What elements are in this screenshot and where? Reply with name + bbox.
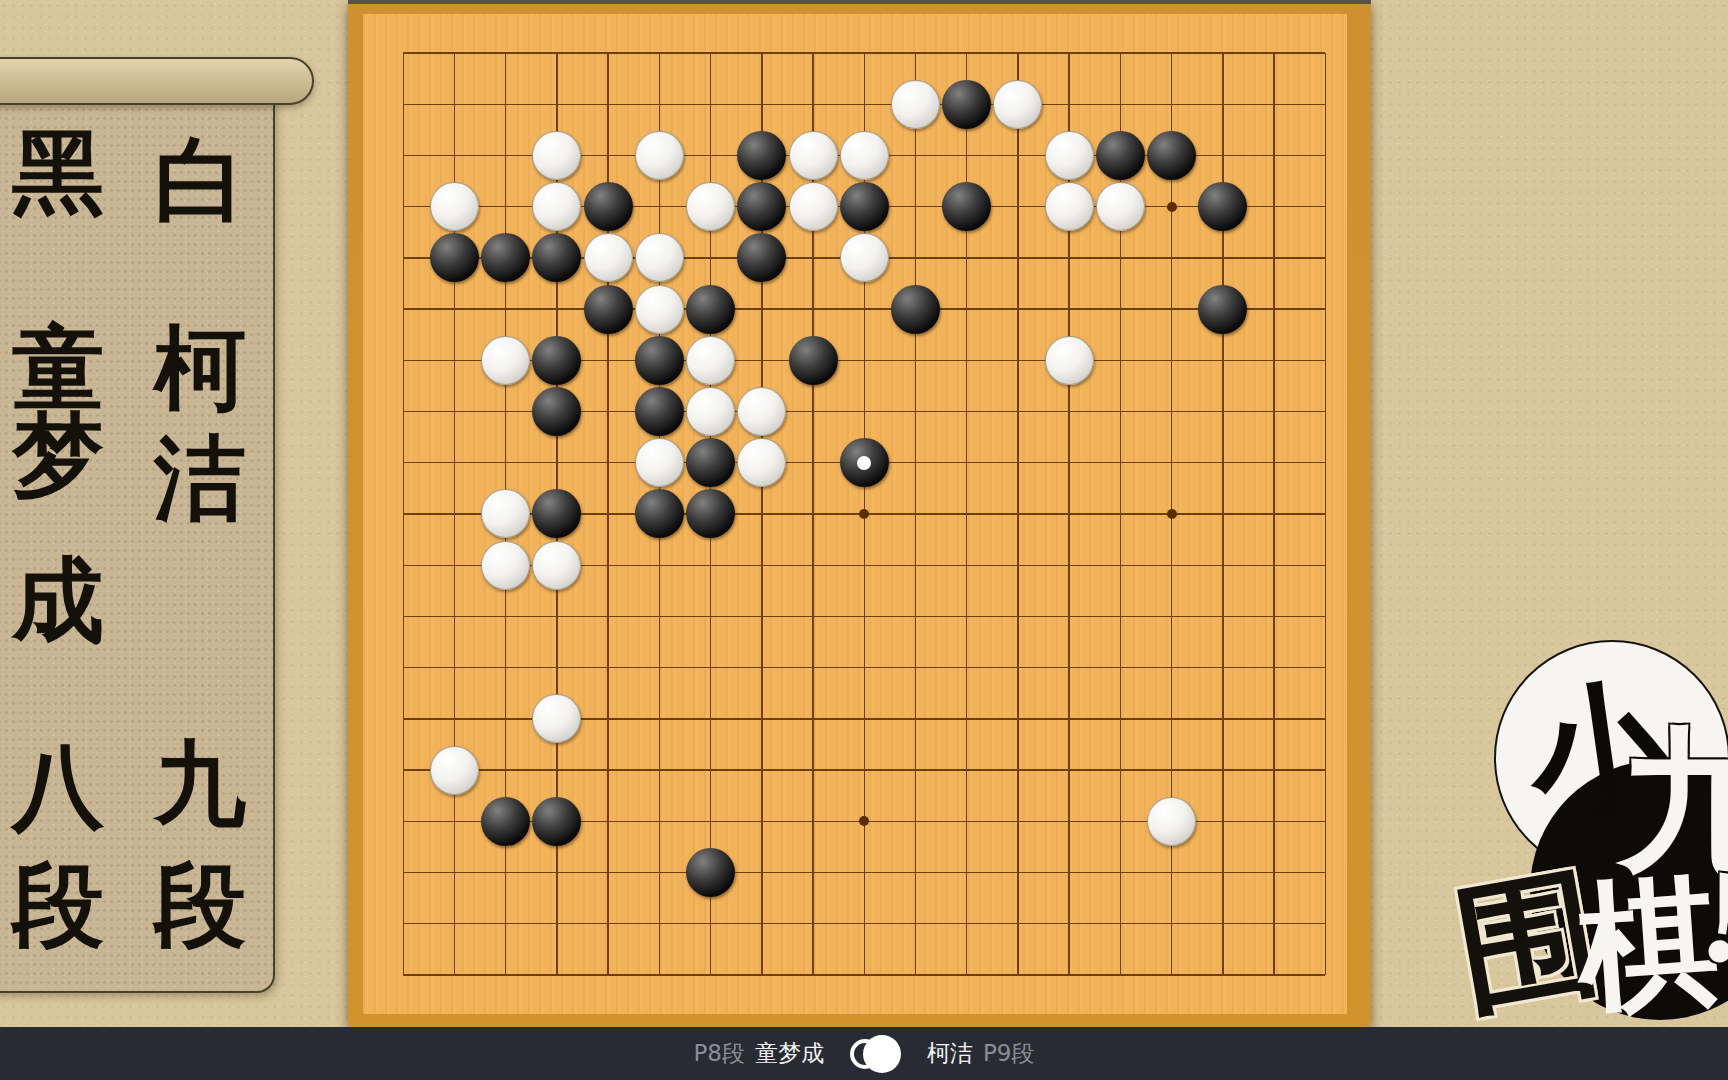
white-stone <box>789 131 838 180</box>
black-stone <box>942 80 991 129</box>
white-stone <box>840 233 889 282</box>
board-cell[interactable] <box>531 181 582 232</box>
board-cell[interactable] <box>634 437 685 488</box>
black-stone <box>789 336 838 385</box>
board-cell[interactable] <box>429 181 480 232</box>
black-stone <box>942 182 991 231</box>
board-cell[interactable] <box>787 181 838 232</box>
black-stone <box>635 489 684 538</box>
black-stone <box>532 233 581 282</box>
black-stone <box>635 387 684 436</box>
board-cell[interactable] <box>531 488 582 539</box>
white-stone <box>686 182 735 231</box>
board-cell[interactable] <box>429 744 480 795</box>
board-cell[interactable] <box>1197 283 1248 334</box>
white-stone <box>532 694 581 743</box>
board-cell[interactable] <box>1146 130 1197 181</box>
white-stone <box>1045 131 1094 180</box>
board-cell[interactable] <box>736 437 787 488</box>
board-cell[interactable] <box>736 232 787 283</box>
board-cell[interactable] <box>583 232 634 283</box>
grid-line <box>1273 53 1274 975</box>
scroll-char: 洁 <box>152 430 248 526</box>
grid-line <box>403 923 1325 924</box>
board-cell[interactable] <box>634 283 685 334</box>
scroll-char: 黑 <box>10 124 106 220</box>
white-stone <box>840 131 889 180</box>
black-stone <box>635 336 684 385</box>
black-stone <box>737 182 786 231</box>
grid-line <box>403 769 1325 770</box>
white-stone-icon <box>863 1035 901 1073</box>
board-cell[interactable] <box>634 335 685 386</box>
white-stone <box>737 387 786 436</box>
board-cell[interactable] <box>941 181 992 232</box>
white-stone <box>430 182 479 231</box>
black-stone <box>1198 285 1247 334</box>
white-stone <box>789 182 838 231</box>
grid-line <box>403 616 1325 617</box>
board-cell[interactable] <box>1095 181 1146 232</box>
board-cell[interactable] <box>685 437 736 488</box>
black-stone <box>481 797 530 846</box>
board-cell[interactable] <box>429 232 480 283</box>
white-stone <box>891 80 940 129</box>
board-cell[interactable] <box>1044 335 1095 386</box>
board-cell[interactable] <box>839 181 890 232</box>
board-cell[interactable] <box>531 386 582 437</box>
white-stone <box>481 336 530 385</box>
grid-line <box>403 667 1325 668</box>
board-cell[interactable] <box>941 79 992 130</box>
black-stone <box>584 182 633 231</box>
board-cell[interactable] <box>634 488 685 539</box>
star-point <box>1167 202 1177 212</box>
board-cell[interactable] <box>634 386 685 437</box>
scroll-char: 成 <box>10 552 106 648</box>
board-cell[interactable] <box>685 181 736 232</box>
black-stone <box>1147 131 1196 180</box>
white-stone <box>635 131 684 180</box>
board-top-edge <box>348 0 1371 4</box>
black-stone <box>1198 182 1247 231</box>
scroll-char: 白 <box>152 132 248 228</box>
board-cell[interactable] <box>992 79 1043 130</box>
white-stone <box>481 541 530 590</box>
board-cell[interactable] <box>531 335 582 386</box>
board-cell[interactable] <box>1044 130 1095 181</box>
black-stone <box>532 387 581 436</box>
grid-line <box>403 872 1325 873</box>
scroll-char: 段 <box>10 857 106 953</box>
board-cell[interactable] <box>480 232 531 283</box>
board-cell[interactable] <box>685 386 736 437</box>
black-white-stones-icon <box>850 1035 901 1073</box>
black-stone <box>532 489 581 538</box>
board-cell[interactable] <box>1197 181 1248 232</box>
board-cell[interactable] <box>839 437 890 488</box>
black-stone <box>891 285 940 334</box>
board-cell[interactable] <box>839 232 890 283</box>
board-cell[interactable] <box>480 488 531 539</box>
white-stone <box>686 387 735 436</box>
board-cell[interactable] <box>736 181 787 232</box>
black-stone <box>686 285 735 334</box>
app-window: 白柯洁九段黑童梦成八段 P8段 童梦成 柯洁 P9段 小 九 围 棋 ! <box>0 0 1728 1080</box>
board-cell[interactable] <box>583 283 634 334</box>
board-cell[interactable] <box>1146 796 1197 847</box>
go-board-grid <box>378 27 1351 1000</box>
grid-line <box>1325 53 1326 975</box>
black-stone <box>840 182 889 231</box>
scroll-char: 八 <box>10 739 106 835</box>
board-cell[interactable] <box>1044 181 1095 232</box>
black-stone <box>737 131 786 180</box>
board-cell[interactable] <box>583 181 634 232</box>
last-move-marker <box>857 456 871 470</box>
white-stone <box>1147 797 1196 846</box>
white-stone <box>635 233 684 282</box>
board-cell[interactable] <box>839 130 890 181</box>
white-stone <box>993 80 1042 129</box>
grid-line <box>915 53 916 975</box>
grid-line <box>403 974 1325 975</box>
board-cell[interactable] <box>685 283 736 334</box>
black-stone <box>686 489 735 538</box>
black-player-rank: P8段 <box>693 1038 745 1069</box>
board-cell[interactable] <box>685 488 736 539</box>
white-stone <box>481 489 530 538</box>
black-player-name: 童梦成 <box>755 1038 824 1069</box>
white-stone <box>635 285 684 334</box>
black-stone <box>686 438 735 487</box>
white-stone <box>532 131 581 180</box>
white-player-rank: P9段 <box>983 1038 1035 1069</box>
black-stone <box>686 848 735 897</box>
black-stone <box>532 336 581 385</box>
black-stone <box>481 233 530 282</box>
board-cell[interactable] <box>531 540 582 591</box>
board-cell[interactable] <box>787 130 838 181</box>
white-stone <box>1096 182 1145 231</box>
board-cell[interactable] <box>890 79 941 130</box>
white-stone <box>584 233 633 282</box>
black-stone <box>1096 131 1145 180</box>
board-cell[interactable] <box>634 232 685 283</box>
player-scroll: 白柯洁九段黑童梦成八段 <box>0 0 340 1010</box>
scroll-char: 段 <box>152 857 248 953</box>
white-stone <box>532 541 581 590</box>
star-point <box>1167 509 1177 519</box>
scroll-rod <box>0 57 314 105</box>
white-stone <box>737 438 786 487</box>
white-stone <box>1045 336 1094 385</box>
board-cell[interactable] <box>480 540 531 591</box>
board-cell[interactable] <box>685 335 736 386</box>
board-cell[interactable] <box>531 796 582 847</box>
board-cell[interactable] <box>531 130 582 181</box>
board-cell[interactable] <box>531 232 582 283</box>
board-cell[interactable] <box>1095 130 1146 181</box>
app-logo: 小 九 围 棋 ! <box>1380 580 1728 1027</box>
board-cell[interactable] <box>787 335 838 386</box>
white-stone <box>1045 182 1094 231</box>
board-cell[interactable] <box>634 130 685 181</box>
board-cell[interactable] <box>480 335 531 386</box>
white-stone <box>686 336 735 385</box>
scroll-char: 九 <box>152 735 248 831</box>
scroll-char: 柯 <box>152 320 248 416</box>
black-stone <box>737 233 786 282</box>
board-cell[interactable] <box>531 693 582 744</box>
board-cell[interactable] <box>480 796 531 847</box>
black-stone <box>584 285 633 334</box>
grid-line <box>1017 53 1018 975</box>
white-stone <box>532 182 581 231</box>
board-cell[interactable] <box>685 847 736 898</box>
white-stone <box>430 746 479 795</box>
board-cell[interactable] <box>890 283 941 334</box>
board-cell[interactable] <box>736 130 787 181</box>
board-cell[interactable] <box>736 386 787 437</box>
status-bar: P8段 童梦成 柯洁 P9段 <box>0 1027 1728 1080</box>
white-stone <box>635 438 684 487</box>
black-stone <box>840 438 889 487</box>
white-player-name: 柯洁 <box>927 1038 973 1069</box>
black-stone <box>430 233 479 282</box>
scroll-char: 梦 <box>10 407 106 503</box>
black-stone <box>532 797 581 846</box>
